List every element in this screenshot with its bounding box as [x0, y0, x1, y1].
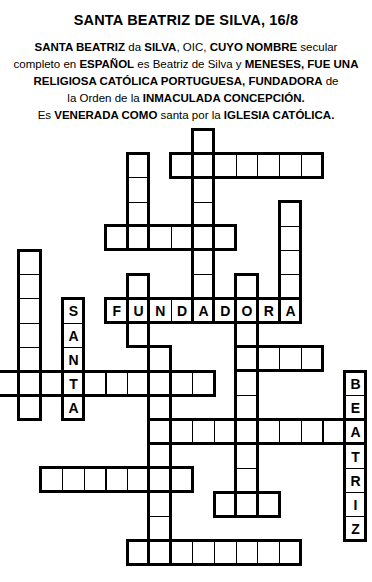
cell-r14c7[interactable]	[149, 468, 172, 493]
cell-r12c12[interactable]	[257, 419, 280, 444]
cell-r11c11[interactable]	[236, 395, 259, 420]
cell-r0c9[interactable]	[192, 129, 215, 154]
cell-r9c13[interactable]	[279, 347, 302, 372]
cell-r17c6[interactable]	[127, 540, 150, 565]
cell-r4c8[interactable]	[171, 226, 194, 251]
cell-r6c13[interactable]	[279, 274, 302, 299]
cell-r10c5[interactable]	[106, 371, 129, 396]
letter-cell-r9c3[interactable]: N	[62, 347, 85, 372]
cell-r17c13[interactable]	[279, 540, 302, 565]
letter-cell-r16c16[interactable]: Z	[344, 516, 367, 541]
letter-cell-r12c16[interactable]: A	[344, 419, 367, 444]
cell-r10c9[interactable]	[192, 371, 215, 396]
cell-r12c14[interactable]	[301, 419, 324, 444]
cell-r12c11[interactable]	[236, 419, 259, 444]
cell-r6c9[interactable]	[192, 274, 215, 299]
cell-r14c3[interactable]	[62, 468, 85, 493]
cell-r15c10[interactable]	[214, 492, 237, 517]
cell-r17c11[interactable]	[236, 540, 259, 565]
cell-r9c12[interactable]	[257, 347, 280, 372]
cell-r1c9[interactable]	[192, 153, 215, 178]
cell-r12c9[interactable]	[192, 419, 215, 444]
cell-r8c6[interactable]	[127, 323, 150, 348]
cell-r14c11[interactable]	[236, 468, 259, 493]
cell-r10c8[interactable]	[171, 371, 194, 396]
letter-cell-r7c5[interactable]: F	[106, 298, 129, 323]
cell-r12c7[interactable]	[149, 419, 172, 444]
cell-r7c1[interactable]	[19, 298, 42, 323]
letter-cell-r11c3[interactable]: A	[62, 395, 85, 420]
cell-r10c2[interactable]	[40, 371, 63, 396]
cell-r14c8[interactable]	[171, 468, 194, 493]
cell-r6c11[interactable]	[236, 274, 259, 299]
cell-r5c1[interactable]	[19, 250, 42, 275]
cell-r4c5[interactable]	[106, 226, 129, 251]
cell-r15c7[interactable]	[149, 492, 172, 517]
cell-r15c12[interactable]	[257, 492, 280, 517]
cell-r4c10[interactable]	[214, 226, 237, 251]
cell-r14c4[interactable]	[84, 468, 107, 493]
cell-r8c1[interactable]	[19, 323, 42, 348]
cell-r17c8[interactable]	[171, 540, 194, 565]
cell-r15c11[interactable]	[236, 492, 259, 517]
cell-r12c8[interactable]	[171, 419, 194, 444]
letter-cell-r7c9[interactable]: A	[192, 298, 215, 323]
cell-r13c11[interactable]	[236, 444, 259, 469]
cell-r6c6[interactable]	[127, 274, 150, 299]
letter-cell-r13c16[interactable]: T	[344, 444, 367, 469]
letter-cell-r14c16[interactable]: R	[344, 468, 367, 493]
cell-r1c12[interactable]	[257, 153, 280, 178]
letter-cell-r11c16[interactable]: E	[344, 395, 367, 420]
cell-r10c4[interactable]	[84, 371, 107, 396]
cell-r17c10[interactable]	[214, 540, 237, 565]
cell-r4c7[interactable]	[149, 226, 172, 251]
letter-cell-r7c13[interactable]: A	[279, 298, 302, 323]
cell-r17c7[interactable]	[149, 540, 172, 565]
cell-r2c9[interactable]	[192, 177, 215, 202]
cell-r3c6[interactable]	[127, 202, 150, 227]
cell-r3c13[interactable]	[279, 202, 302, 227]
letter-cell-r15c16[interactable]: I	[344, 492, 367, 517]
cell-r1c14[interactable]	[301, 153, 324, 178]
cell-r1c8[interactable]	[171, 153, 194, 178]
crossword-page: SANTA BEATRIZ DE SILVA, 16/8 SANTA BEATR…	[0, 0, 372, 582]
cell-r14c2[interactable]	[40, 468, 63, 493]
cell-r8c11[interactable]	[236, 323, 259, 348]
cell-r13c7[interactable]	[149, 444, 172, 469]
cell-r5c13[interactable]	[279, 250, 302, 275]
cell-r17c12[interactable]	[257, 540, 280, 565]
letter-cell-r7c12[interactable]: R	[257, 298, 280, 323]
cell-r5c9[interactable]	[192, 250, 215, 275]
cell-r10c11[interactable]	[236, 371, 259, 396]
cell-r9c1[interactable]	[19, 347, 42, 372]
cell-r1c11[interactable]	[236, 153, 259, 178]
cell-r10c7[interactable]	[149, 371, 172, 396]
cell-r11c7[interactable]	[149, 395, 172, 420]
cell-r14c6[interactable]	[127, 468, 150, 493]
cell-r9c7[interactable]	[149, 347, 172, 372]
cell-r10c1[interactable]	[19, 371, 42, 396]
letter-cell-r7c7[interactable]: N	[149, 298, 172, 323]
cell-r2c6[interactable]	[127, 177, 150, 202]
cell-r1c10[interactable]	[214, 153, 237, 178]
cell-r16c7[interactable]	[149, 516, 172, 541]
cell-r12c13[interactable]	[279, 419, 302, 444]
letter-cell-r7c6[interactable]: U	[127, 298, 150, 323]
cell-r1c6[interactable]	[127, 153, 150, 178]
cell-r9c11[interactable]	[236, 347, 259, 372]
cell-r3c9[interactable]	[192, 202, 215, 227]
cell-r10c0[interactable]	[0, 371, 20, 396]
cell-r10c6[interactable]	[127, 371, 150, 396]
cell-r12c10[interactable]	[214, 419, 237, 444]
cell-r4c9[interactable]	[192, 226, 215, 251]
letter-cell-r7c11[interactable]: O	[236, 298, 259, 323]
cell-r11c1[interactable]	[19, 395, 42, 420]
letter-cell-r10c16[interactable]: B	[344, 371, 367, 396]
cell-r9c14[interactable]	[301, 347, 324, 372]
letter-cell-r7c10[interactable]: D	[214, 298, 237, 323]
letter-cell-r7c3[interactable]: S	[62, 298, 85, 323]
cell-r1c13[interactable]	[279, 153, 302, 178]
letter-cell-r8c3[interactable]: A	[62, 323, 85, 348]
cell-r6c1[interactable]	[19, 274, 42, 299]
cell-r12c15[interactable]	[323, 419, 346, 444]
cell-r4c6[interactable]	[127, 226, 150, 251]
crossword-grid: SFUNDADORAANTBAEATRIZ	[0, 0, 372, 582]
letter-cell-r7c8[interactable]: D	[171, 298, 194, 323]
cell-r17c9[interactable]	[192, 540, 215, 565]
cell-r14c5[interactable]	[106, 468, 129, 493]
letter-cell-r10c3[interactable]: T	[62, 371, 85, 396]
